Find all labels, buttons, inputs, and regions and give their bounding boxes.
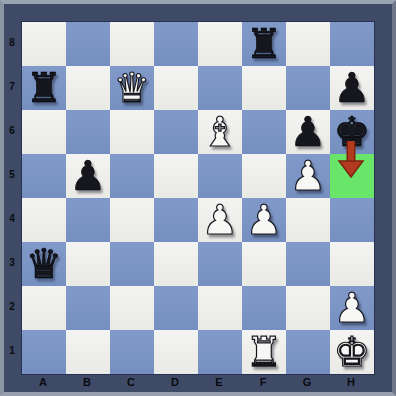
square-d3[interactable] [154,242,198,286]
chess-board: ♜♜♛♟♝♟♚♟♟♟♟♛♟♜♚ [21,21,375,375]
file-label-b: B [65,374,109,392]
square-g1[interactable] [286,330,330,374]
rank-label-6: 6 [4,109,20,153]
file-label-d: D [153,374,197,392]
square-f7[interactable] [242,66,286,110]
square-b4[interactable] [66,198,110,242]
square-c7[interactable]: ♛ [110,66,154,110]
square-a1[interactable] [22,330,66,374]
file-labels: ABCDEFGH [21,374,373,392]
square-b1[interactable] [66,330,110,374]
square-c4[interactable] [110,198,154,242]
square-a3[interactable]: ♛ [22,242,66,286]
rank-label-8: 8 [4,21,20,65]
square-f1[interactable]: ♜ [242,330,286,374]
square-c3[interactable] [110,242,154,286]
rank-label-1: 1 [4,329,20,373]
square-a5[interactable] [22,154,66,198]
square-d7[interactable] [154,66,198,110]
square-c1[interactable] [110,330,154,374]
square-b8[interactable] [66,22,110,66]
square-e5[interactable] [198,154,242,198]
square-c2[interactable] [110,286,154,330]
square-f4[interactable]: ♟ [242,198,286,242]
square-a2[interactable] [22,286,66,330]
square-h3[interactable] [330,242,374,286]
square-d6[interactable] [154,110,198,154]
rank-label-5: 5 [4,153,20,197]
square-g7[interactable] [286,66,330,110]
square-a8[interactable] [22,22,66,66]
square-c6[interactable] [110,110,154,154]
piece-white-queen-c7[interactable]: ♛ [110,66,154,110]
piece-black-pawn-b5[interactable]: ♟ [66,154,110,198]
square-g3[interactable] [286,242,330,286]
piece-white-pawn-g5[interactable]: ♟ [286,154,330,198]
square-a6[interactable] [22,110,66,154]
board-frame: 87654321 ABCDEFGH ♜♜♛♟♝♟♚♟♟♟♟♛♟♜♚ [0,0,396,396]
square-h4[interactable] [330,198,374,242]
square-g4[interactable] [286,198,330,242]
piece-white-pawn-f4[interactable]: ♟ [242,198,286,242]
square-a7[interactable]: ♜ [22,66,66,110]
square-e6[interactable]: ♝ [198,110,242,154]
piece-black-pawn-g6[interactable]: ♟ [286,110,330,154]
rank-labels: 87654321 [4,21,21,373]
square-d5[interactable] [154,154,198,198]
square-c5[interactable] [110,154,154,198]
piece-black-pawn-h7[interactable]: ♟ [330,66,374,110]
square-f6[interactable] [242,110,286,154]
square-e2[interactable] [198,286,242,330]
square-d1[interactable] [154,330,198,374]
square-h2[interactable]: ♟ [330,286,374,330]
piece-black-rook-f8[interactable]: ♜ [242,22,286,66]
square-f8[interactable]: ♜ [242,22,286,66]
square-e4[interactable]: ♟ [198,198,242,242]
square-a4[interactable] [22,198,66,242]
square-f3[interactable] [242,242,286,286]
file-label-e: E [197,374,241,392]
piece-black-queen-a3[interactable]: ♛ [22,242,66,286]
square-b5[interactable]: ♟ [66,154,110,198]
square-b6[interactable] [66,110,110,154]
square-e8[interactable] [198,22,242,66]
square-g8[interactable] [286,22,330,66]
piece-white-pawn-h2[interactable]: ♟ [330,286,374,330]
square-d8[interactable] [154,22,198,66]
square-h7[interactable]: ♟ [330,66,374,110]
square-f2[interactable] [242,286,286,330]
square-h1[interactable]: ♚ [330,330,374,374]
rank-label-7: 7 [4,65,20,109]
file-label-a: A [21,374,65,392]
rank-label-2: 2 [4,285,20,329]
rank-label-3: 3 [4,241,20,285]
file-label-c: C [109,374,153,392]
rank-label-4: 4 [4,197,20,241]
square-h5[interactable] [330,154,374,198]
piece-white-rook-f1[interactable]: ♜ [242,330,286,374]
square-b3[interactable] [66,242,110,286]
square-e7[interactable] [198,66,242,110]
square-c8[interactable] [110,22,154,66]
file-label-f: F [241,374,285,392]
square-g2[interactable] [286,286,330,330]
square-g5[interactable]: ♟ [286,154,330,198]
piece-white-pawn-e4[interactable]: ♟ [198,198,242,242]
square-h6[interactable]: ♚ [330,110,374,154]
square-d4[interactable] [154,198,198,242]
square-g6[interactable]: ♟ [286,110,330,154]
square-e1[interactable] [198,330,242,374]
piece-white-bishop-e6[interactable]: ♝ [198,110,242,154]
square-d2[interactable] [154,286,198,330]
file-label-g: G [285,374,329,392]
piece-black-king-h6[interactable]: ♚ [330,110,374,154]
square-h8[interactable] [330,22,374,66]
square-b2[interactable] [66,286,110,330]
square-f5[interactable] [242,154,286,198]
piece-black-rook-a7[interactable]: ♜ [22,66,66,110]
square-b7[interactable] [66,66,110,110]
square-e3[interactable] [198,242,242,286]
file-label-h: H [329,374,373,392]
piece-white-king-h1[interactable]: ♚ [330,330,374,374]
